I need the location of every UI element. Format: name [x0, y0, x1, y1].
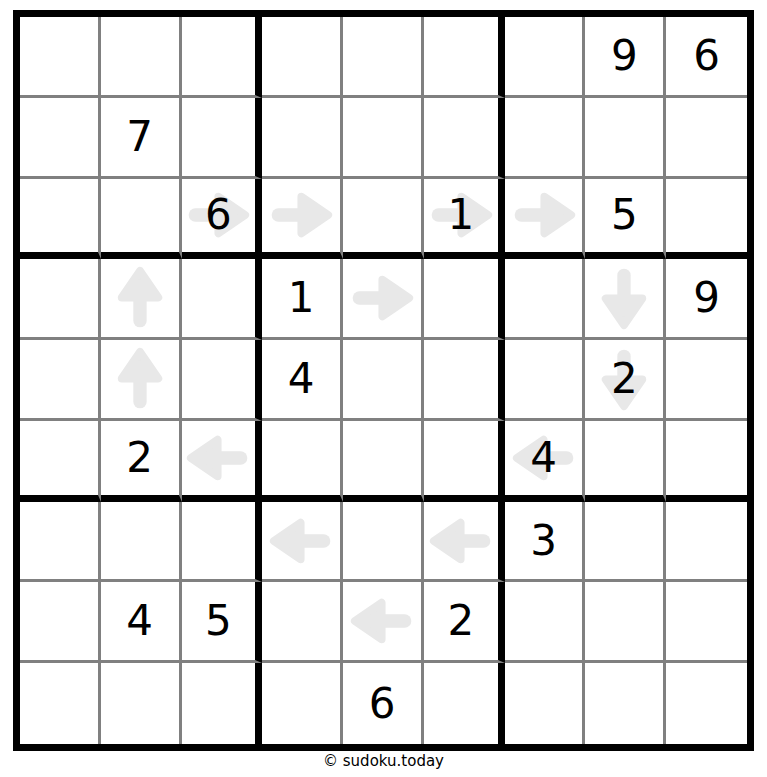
cell-r5c9[interactable] — [666, 340, 747, 421]
copyright: © sudoku.today — [13, 752, 754, 770]
arrow-up-icon — [104, 262, 176, 334]
cell-r8c1[interactable] — [20, 582, 101, 663]
cell-r1c8[interactable]: 9 — [585, 17, 666, 98]
given-digit: 5 — [611, 194, 638, 236]
given-digit: 9 — [693, 277, 720, 319]
cell-r6c3[interactable] — [182, 421, 263, 502]
cell-r8c8[interactable] — [585, 582, 666, 663]
cell-r5c5[interactable] — [343, 340, 424, 421]
given-digit: 4 — [288, 358, 315, 400]
cell-r9c5[interactable]: 6 — [343, 663, 424, 744]
cell-r6c8[interactable] — [585, 421, 666, 502]
cell-r1c1[interactable] — [20, 17, 101, 98]
given-digit: 3 — [530, 520, 557, 562]
cell-r9c6[interactable] — [424, 663, 505, 744]
given-digit: 6 — [205, 194, 232, 236]
given-digit: 1 — [447, 194, 474, 236]
cell-r8c5[interactable] — [343, 582, 424, 663]
cell-r6c7[interactable]: 4 — [505, 421, 586, 502]
given-digit: 2 — [126, 437, 153, 479]
given-digit: 6 — [693, 35, 720, 77]
cell-r5c4[interactable]: 4 — [262, 340, 343, 421]
cell-r2c2[interactable]: 7 — [101, 98, 182, 179]
given-digit: 7 — [126, 116, 153, 158]
cell-r7c1[interactable] — [20, 502, 101, 583]
cell-r9c7[interactable] — [505, 663, 586, 744]
given-digit: 4 — [126, 600, 153, 642]
cell-r9c4[interactable] — [262, 663, 343, 744]
arrow-right-icon — [265, 179, 337, 251]
cell-r1c2[interactable] — [101, 17, 182, 98]
given-digit: 4 — [530, 437, 557, 479]
cell-r4c9[interactable]: 9 — [666, 259, 747, 340]
cell-r5c8[interactable]: 2 — [585, 340, 666, 421]
cell-r4c5[interactable] — [343, 259, 424, 340]
cell-r7c2[interactable] — [101, 502, 182, 583]
arrow-right-icon — [508, 179, 580, 251]
cell-r2c3[interactable] — [182, 98, 263, 179]
cell-r6c5[interactable] — [343, 421, 424, 502]
cell-r8c9[interactable] — [666, 582, 747, 663]
given-digit: 5 — [205, 600, 232, 642]
cell-r9c9[interactable] — [666, 663, 747, 744]
cell-r1c4[interactable] — [262, 17, 343, 98]
cell-r3c4[interactable] — [262, 179, 343, 260]
cell-r2c6[interactable] — [424, 98, 505, 179]
cell-r3c6[interactable]: 1 — [424, 179, 505, 260]
cell-r8c7[interactable] — [505, 582, 586, 663]
cell-r3c2[interactable] — [101, 179, 182, 260]
arrow-right-icon — [346, 262, 418, 334]
cell-r1c3[interactable] — [182, 17, 263, 98]
cell-r9c3[interactable] — [182, 663, 263, 744]
cell-r7c9[interactable] — [666, 502, 747, 583]
cell-r3c5[interactable] — [343, 179, 424, 260]
sudoku-board: 96761519422434526 — [13, 10, 754, 751]
cell-r2c8[interactable] — [585, 98, 666, 179]
arrow-left-icon — [425, 505, 497, 577]
arrow-up-icon — [104, 343, 176, 415]
cell-r9c2[interactable] — [101, 663, 182, 744]
cell-r4c1[interactable] — [20, 259, 101, 340]
arrow-left-icon — [265, 505, 337, 577]
cell-r9c1[interactable] — [20, 663, 101, 744]
cell-r6c1[interactable] — [20, 421, 101, 502]
cell-r6c9[interactable] — [666, 421, 747, 502]
cell-r8c4[interactable] — [262, 582, 343, 663]
given-digit: 1 — [288, 277, 315, 319]
cell-r3c9[interactable] — [666, 179, 747, 260]
cell-r5c7[interactable] — [505, 340, 586, 421]
cell-r5c2[interactable] — [101, 340, 182, 421]
arrow-left-icon — [182, 422, 254, 494]
cell-r6c6[interactable] — [424, 421, 505, 502]
cell-r4c2[interactable] — [101, 259, 182, 340]
cell-r7c4[interactable] — [262, 502, 343, 583]
arrow-left-icon — [346, 585, 418, 657]
cell-r1c7[interactable] — [505, 17, 586, 98]
given-digit: 9 — [611, 35, 638, 77]
cell-r7c3[interactable] — [182, 502, 263, 583]
cell-r4c8[interactable] — [585, 259, 666, 340]
cell-r4c3[interactable] — [182, 259, 263, 340]
cell-r6c2[interactable]: 2 — [101, 421, 182, 502]
cell-r9c8[interactable] — [585, 663, 666, 744]
cell-r4c7[interactable] — [505, 259, 586, 340]
cell-r5c1[interactable] — [20, 340, 101, 421]
cell-r2c4[interactable] — [262, 98, 343, 179]
cell-r8c6[interactable]: 2 — [424, 582, 505, 663]
cell-r4c6[interactable] — [424, 259, 505, 340]
cell-r2c5[interactable] — [343, 98, 424, 179]
cell-r3c7[interactable] — [505, 179, 586, 260]
cell-r3c1[interactable] — [20, 179, 101, 260]
cell-r7c7[interactable]: 3 — [505, 502, 586, 583]
cell-r8c3[interactable]: 5 — [182, 582, 263, 663]
cell-r5c3[interactable] — [182, 340, 263, 421]
cell-r1c6[interactable] — [424, 17, 505, 98]
given-digit: 2 — [447, 600, 474, 642]
cell-r2c1[interactable] — [20, 98, 101, 179]
cell-r6c4[interactable] — [262, 421, 343, 502]
cell-r7c6[interactable] — [424, 502, 505, 583]
cell-r2c7[interactable] — [505, 98, 586, 179]
cell-r3c3[interactable]: 6 — [182, 179, 263, 260]
cell-r7c5[interactable] — [343, 502, 424, 583]
cell-r5c6[interactable] — [424, 340, 505, 421]
arrow-down-icon — [588, 262, 660, 334]
cell-r1c5[interactable] — [343, 17, 424, 98]
cell-r3c8[interactable]: 5 — [585, 179, 666, 260]
given-digit: 2 — [611, 358, 638, 400]
cell-r7c8[interactable] — [585, 502, 666, 583]
cell-r8c2[interactable]: 4 — [101, 582, 182, 663]
page: 96761519422434526 © sudoku.today — [0, 0, 767, 777]
cell-r2c9[interactable] — [666, 98, 747, 179]
given-digit: 6 — [369, 683, 396, 725]
cell-r4c4[interactable]: 1 — [262, 259, 343, 340]
cell-r1c9[interactable]: 6 — [666, 17, 747, 98]
